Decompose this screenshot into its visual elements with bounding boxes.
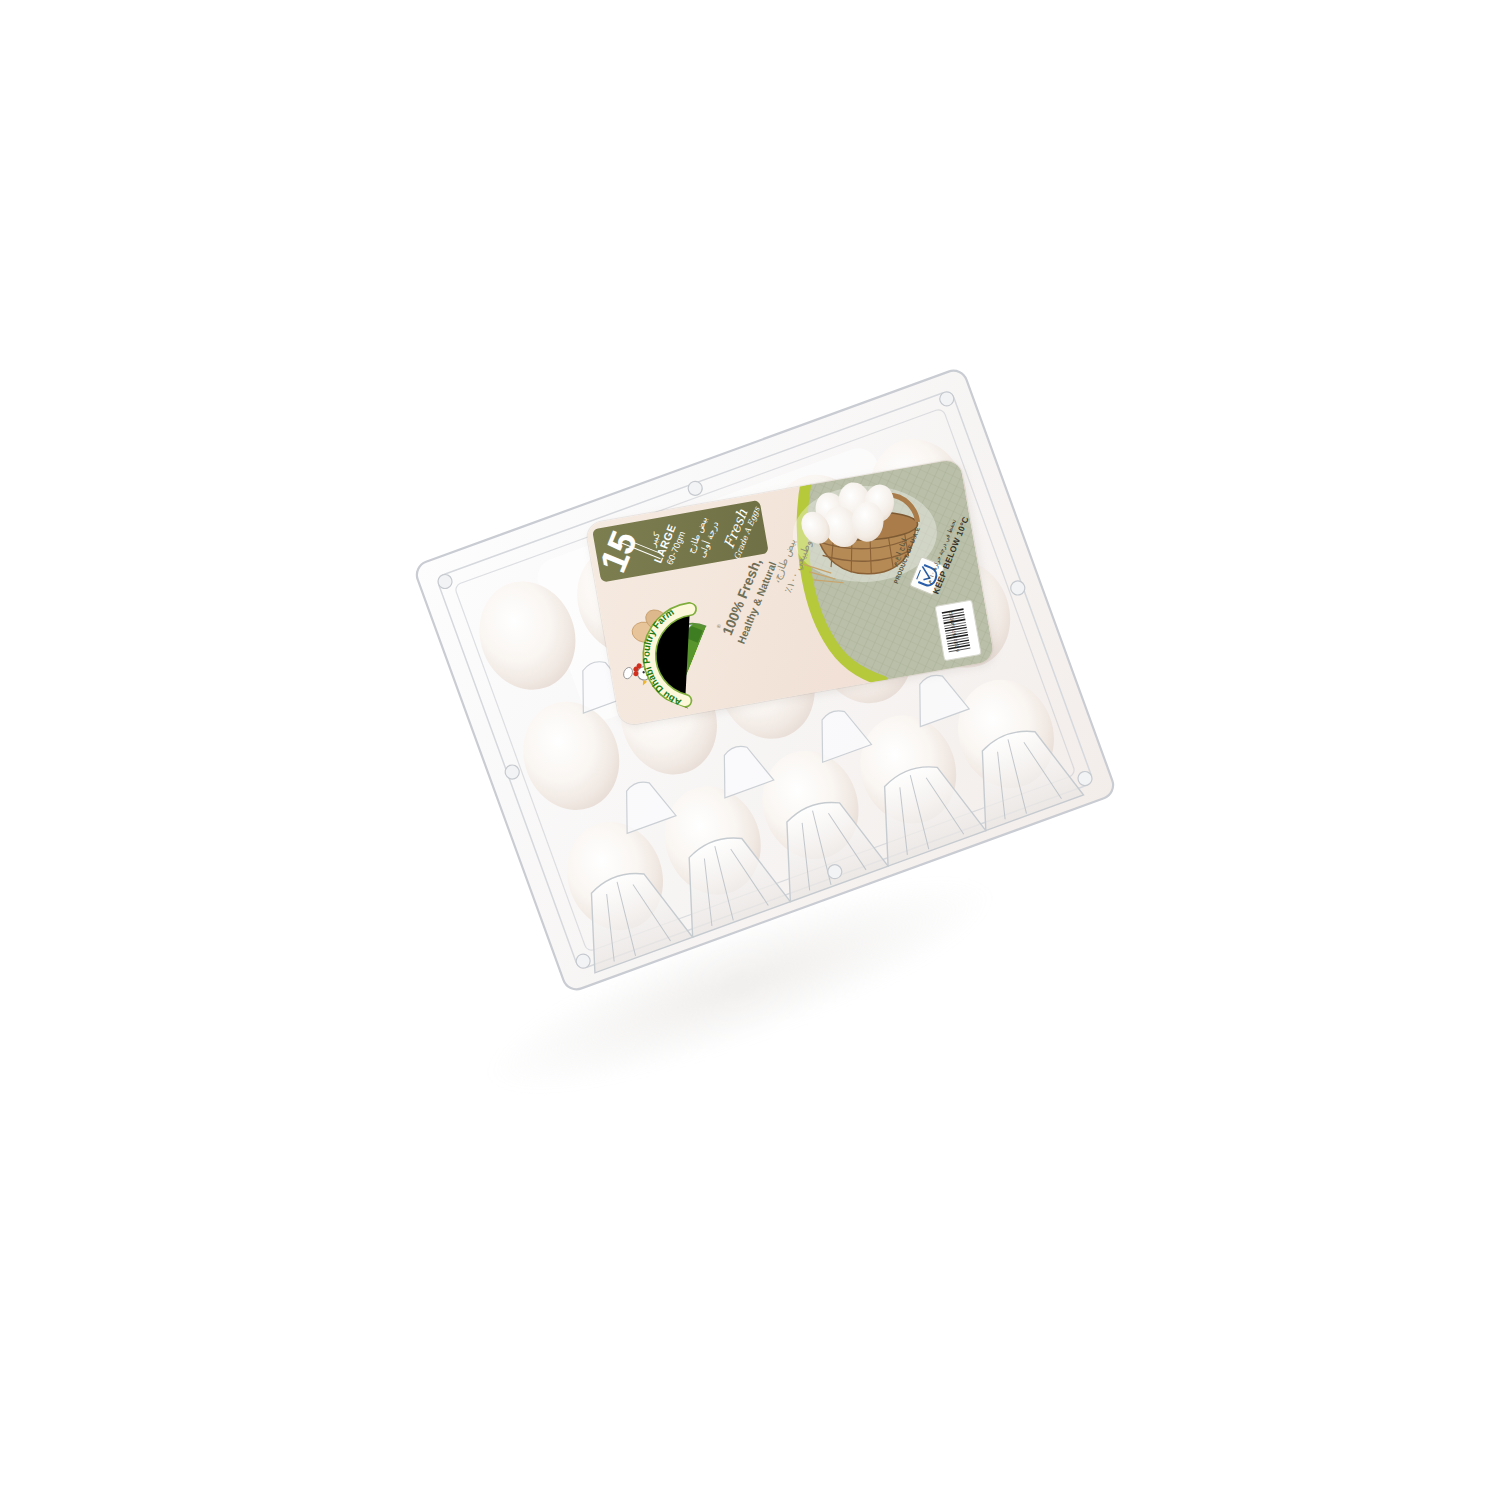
grade-arabic-block: بيض طازج درجة أولى [685, 515, 722, 560]
registered-mark: ® [715, 623, 722, 629]
size-block: كبير LARGE 60-70gm [642, 519, 689, 570]
egg-count: 15 [594, 527, 643, 577]
product-photo: 15 كبير LARGE 60-70gm بيض طازج درجة أولى… [0, 0, 1500, 1500]
grade-script-block: Fresh Grade A Eggs [718, 500, 762, 561]
